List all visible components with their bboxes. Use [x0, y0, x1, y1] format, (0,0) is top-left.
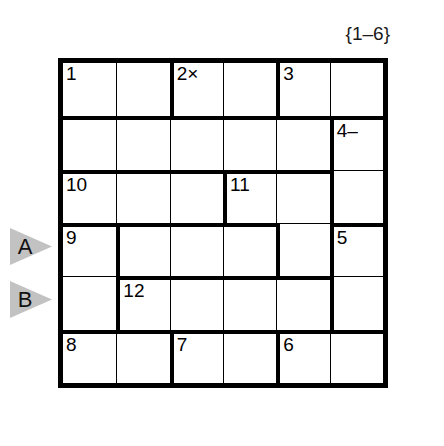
cell-r1c1[interactable]: 1 — [63, 63, 116, 116]
cell-r5c1[interactable] — [63, 276, 116, 329]
cage-clue: 11 — [230, 175, 250, 195]
cage-clue: 12 — [123, 281, 144, 301]
cell-r1c2[interactable] — [116, 63, 169, 116]
cell-r1c3[interactable]: 2× — [170, 63, 223, 116]
marker-letter: A — [10, 236, 40, 258]
cell-r3c1[interactable]: 10 — [63, 170, 116, 223]
cell-r2c1[interactable] — [63, 116, 116, 169]
cell-r5c5[interactable] — [276, 276, 329, 329]
cell-r6c2[interactable] — [116, 330, 169, 383]
cage-clue: 2× — [177, 64, 199, 84]
cell-r5c2[interactable]: 12 — [116, 276, 169, 329]
cell-r6c3[interactable]: 7 — [170, 330, 223, 383]
marker-letter: B — [10, 289, 40, 311]
cell-r2c2[interactable] — [116, 116, 169, 169]
cell-r3c5[interactable] — [276, 170, 329, 223]
puzzle-board: 12×34–10119512876 — [58, 58, 388, 388]
cage-clue: 1 — [66, 64, 77, 84]
cell-r6c1[interactable]: 8 — [63, 330, 116, 383]
cell-r4c3[interactable] — [170, 223, 223, 276]
answer-row-marker-a: A — [10, 228, 52, 265]
puzzle-page: {1–6} A B 12×34–10119512876 — [0, 0, 444, 446]
cell-r2c4[interactable] — [223, 116, 276, 169]
cell-r5c6[interactable] — [330, 276, 383, 329]
cage-clue: 5 — [337, 228, 348, 248]
cell-r6c6[interactable] — [330, 330, 383, 383]
cage-clue: 9 — [66, 228, 77, 248]
cage-clue: 7 — [177, 335, 188, 355]
cell-r4c4[interactable] — [223, 223, 276, 276]
cell-r4c5[interactable] — [276, 223, 329, 276]
cell-r5c4[interactable] — [223, 276, 276, 329]
cell-r4c1[interactable]: 9 — [63, 223, 116, 276]
cage-clue: 4– — [337, 121, 358, 141]
cell-r3c4[interactable]: 11 — [223, 170, 276, 223]
cell-r5c3[interactable] — [170, 276, 223, 329]
cell-r2c5[interactable] — [276, 116, 329, 169]
cell-r3c2[interactable] — [116, 170, 169, 223]
cell-r3c6[interactable] — [330, 170, 383, 223]
cell-r4c6[interactable]: 5 — [330, 223, 383, 276]
cell-r1c4[interactable] — [223, 63, 276, 116]
cell-r2c6[interactable]: 4– — [330, 116, 383, 169]
cell-r2c3[interactable] — [170, 116, 223, 169]
cell-r3c3[interactable] — [170, 170, 223, 223]
cage-clue: 3 — [283, 64, 294, 84]
cell-r6c4[interactable] — [223, 330, 276, 383]
cage-clue: 6 — [283, 335, 294, 355]
cell-r6c5[interactable]: 6 — [276, 330, 329, 383]
cell-r1c5[interactable]: 3 — [276, 63, 329, 116]
cage-clue: 10 — [66, 175, 87, 195]
cage-clue: 8 — [66, 335, 77, 355]
answer-row-marker-b: B — [10, 281, 52, 318]
cell-r4c2[interactable] — [116, 223, 169, 276]
cell-r1c6[interactable] — [330, 63, 383, 116]
digit-range-label: {1–6} — [328, 23, 390, 45]
